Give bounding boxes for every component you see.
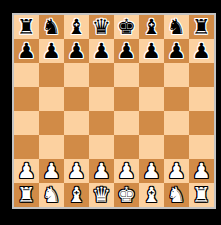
square-g6[interactable] bbox=[164, 63, 189, 87]
square-f1[interactable]: ♝ bbox=[139, 183, 164, 207]
square-d2[interactable]: ♟ bbox=[89, 159, 114, 183]
white-knight[interactable]: ♞ bbox=[42, 185, 61, 206]
square-e8[interactable]: ♚ bbox=[114, 15, 139, 39]
square-b4[interactable] bbox=[39, 111, 64, 135]
black-pawn[interactable]: ♟ bbox=[92, 41, 111, 62]
square-a4[interactable] bbox=[14, 111, 39, 135]
black-pawn[interactable]: ♟ bbox=[192, 41, 211, 62]
square-b8[interactable]: ♞ bbox=[39, 15, 64, 39]
square-g7[interactable]: ♟ bbox=[164, 39, 189, 63]
square-g5[interactable] bbox=[164, 87, 189, 111]
square-d6[interactable] bbox=[89, 63, 114, 87]
black-king[interactable]: ♚ bbox=[117, 17, 136, 38]
black-knight[interactable]: ♞ bbox=[42, 17, 61, 38]
black-knight[interactable]: ♞ bbox=[167, 17, 186, 38]
chess-board: ♜♞♝♛♚♝♞♜♟♟♟♟♟♟♟♟♟♟♟♟♟♟♟♟♜♞♝♛♚♝♞♜ bbox=[12, 13, 216, 209]
white-pawn[interactable]: ♟ bbox=[117, 161, 136, 182]
square-e5[interactable] bbox=[114, 87, 139, 111]
square-h2[interactable]: ♟ bbox=[189, 159, 214, 183]
square-a2[interactable]: ♟ bbox=[14, 159, 39, 183]
square-c5[interactable] bbox=[64, 87, 89, 111]
white-pawn[interactable]: ♟ bbox=[67, 161, 86, 182]
square-a6[interactable] bbox=[14, 63, 39, 87]
square-g4[interactable] bbox=[164, 111, 189, 135]
white-king[interactable]: ♚ bbox=[117, 185, 136, 206]
square-e7[interactable]: ♟ bbox=[114, 39, 139, 63]
square-f4[interactable] bbox=[139, 111, 164, 135]
black-pawn[interactable]: ♟ bbox=[142, 41, 161, 62]
square-a5[interactable] bbox=[14, 87, 39, 111]
square-b5[interactable] bbox=[39, 87, 64, 111]
square-c8[interactable]: ♝ bbox=[64, 15, 89, 39]
white-pawn[interactable]: ♟ bbox=[42, 161, 61, 182]
square-h4[interactable] bbox=[189, 111, 214, 135]
square-f3[interactable] bbox=[139, 135, 164, 159]
square-f2[interactable]: ♟ bbox=[139, 159, 164, 183]
square-b2[interactable]: ♟ bbox=[39, 159, 64, 183]
square-c1[interactable]: ♝ bbox=[64, 183, 89, 207]
white-rook[interactable]: ♜ bbox=[17, 185, 36, 206]
white-bishop[interactable]: ♝ bbox=[142, 185, 161, 206]
square-a7[interactable]: ♟ bbox=[14, 39, 39, 63]
square-f8[interactable]: ♝ bbox=[139, 15, 164, 39]
square-a1[interactable]: ♜ bbox=[14, 183, 39, 207]
black-pawn[interactable]: ♟ bbox=[67, 41, 86, 62]
square-h6[interactable] bbox=[189, 63, 214, 87]
black-queen[interactable]: ♛ bbox=[92, 17, 111, 38]
white-pawn[interactable]: ♟ bbox=[92, 161, 111, 182]
square-c2[interactable]: ♟ bbox=[64, 159, 89, 183]
square-d8[interactable]: ♛ bbox=[89, 15, 114, 39]
black-pawn[interactable]: ♟ bbox=[117, 41, 136, 62]
square-e1[interactable]: ♚ bbox=[114, 183, 139, 207]
square-g8[interactable]: ♞ bbox=[164, 15, 189, 39]
square-d7[interactable]: ♟ bbox=[89, 39, 114, 63]
square-h7[interactable]: ♟ bbox=[189, 39, 214, 63]
white-knight[interactable]: ♞ bbox=[167, 185, 186, 206]
square-e2[interactable]: ♟ bbox=[114, 159, 139, 183]
square-b7[interactable]: ♟ bbox=[39, 39, 64, 63]
square-c7[interactable]: ♟ bbox=[64, 39, 89, 63]
square-d3[interactable] bbox=[89, 135, 114, 159]
black-rook[interactable]: ♜ bbox=[17, 17, 36, 38]
black-pawn[interactable]: ♟ bbox=[17, 41, 36, 62]
square-b3[interactable] bbox=[39, 135, 64, 159]
square-g1[interactable]: ♞ bbox=[164, 183, 189, 207]
square-g2[interactable]: ♟ bbox=[164, 159, 189, 183]
white-pawn[interactable]: ♟ bbox=[167, 161, 186, 182]
square-a8[interactable]: ♜ bbox=[14, 15, 39, 39]
square-e3[interactable] bbox=[114, 135, 139, 159]
white-rook[interactable]: ♜ bbox=[192, 185, 211, 206]
square-f7[interactable]: ♟ bbox=[139, 39, 164, 63]
square-a3[interactable] bbox=[14, 135, 39, 159]
black-bishop[interactable]: ♝ bbox=[67, 17, 86, 38]
white-pawn[interactable]: ♟ bbox=[17, 161, 36, 182]
square-f6[interactable] bbox=[139, 63, 164, 87]
square-h3[interactable] bbox=[189, 135, 214, 159]
square-h8[interactable]: ♜ bbox=[189, 15, 214, 39]
square-b6[interactable] bbox=[39, 63, 64, 87]
square-b1[interactable]: ♞ bbox=[39, 183, 64, 207]
square-g3[interactable] bbox=[164, 135, 189, 159]
square-h1[interactable]: ♜ bbox=[189, 183, 214, 207]
white-queen[interactable]: ♛ bbox=[92, 185, 111, 206]
white-bishop[interactable]: ♝ bbox=[67, 185, 86, 206]
square-h5[interactable] bbox=[189, 87, 214, 111]
square-e6[interactable] bbox=[114, 63, 139, 87]
black-rook[interactable]: ♜ bbox=[192, 17, 211, 38]
square-d4[interactable] bbox=[89, 111, 114, 135]
square-c4[interactable] bbox=[64, 111, 89, 135]
white-pawn[interactable]: ♟ bbox=[192, 161, 211, 182]
square-e4[interactable] bbox=[114, 111, 139, 135]
square-d5[interactable] bbox=[89, 87, 114, 111]
black-pawn[interactable]: ♟ bbox=[42, 41, 61, 62]
square-c3[interactable] bbox=[64, 135, 89, 159]
square-d1[interactable]: ♛ bbox=[89, 183, 114, 207]
white-pawn[interactable]: ♟ bbox=[142, 161, 161, 182]
square-f5[interactable] bbox=[139, 87, 164, 111]
square-c6[interactable] bbox=[64, 63, 89, 87]
black-bishop[interactable]: ♝ bbox=[142, 17, 161, 38]
black-pawn[interactable]: ♟ bbox=[167, 41, 186, 62]
